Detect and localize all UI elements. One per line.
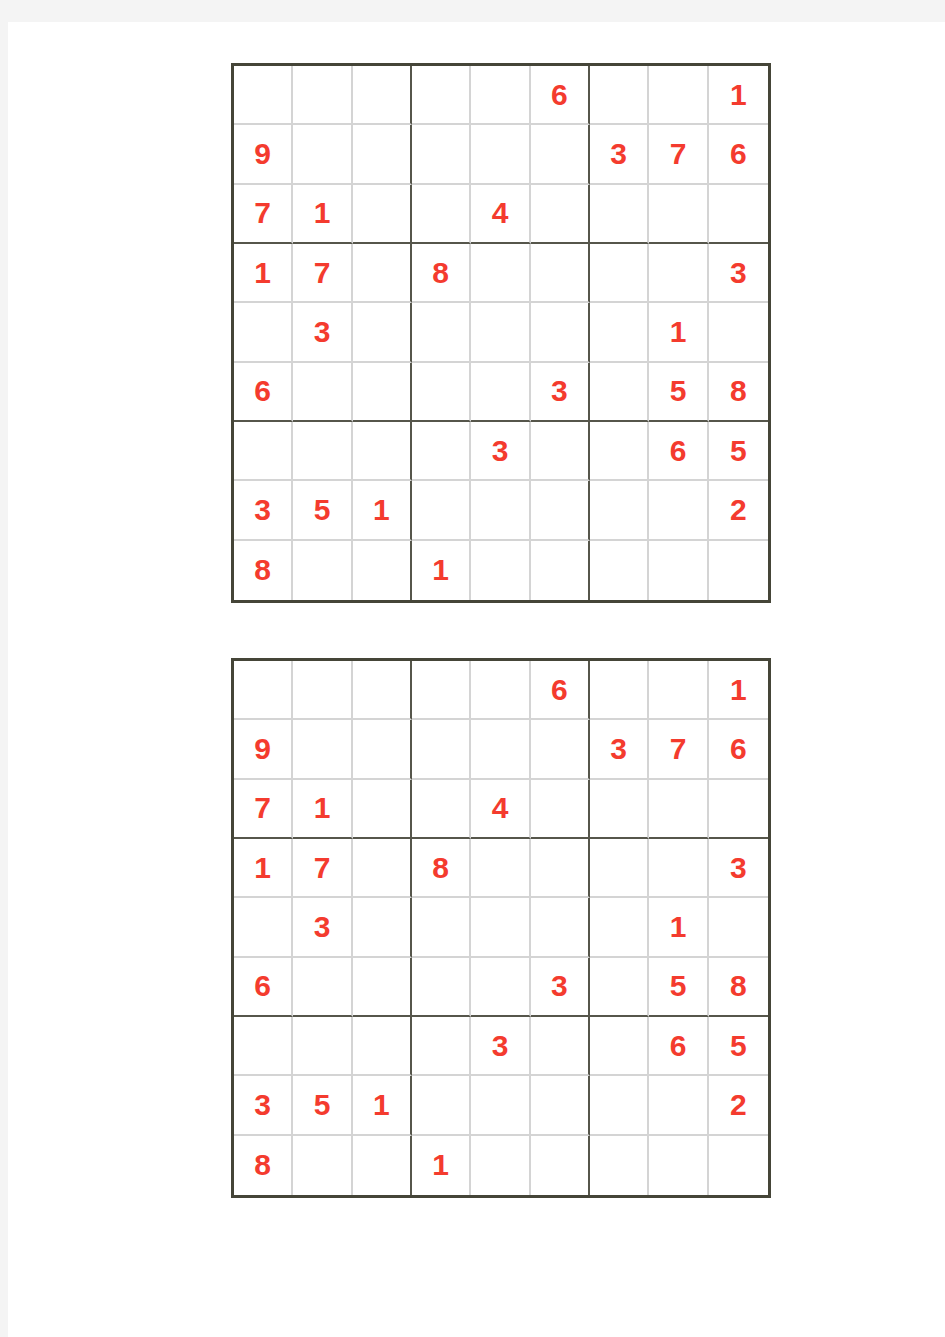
cell-r9c5 bbox=[471, 1136, 530, 1195]
cell-r1c7 bbox=[590, 66, 649, 125]
cell-r4c8 bbox=[649, 244, 708, 303]
cell-r4c3 bbox=[353, 839, 412, 898]
cell-r6c9: 8 bbox=[709, 363, 768, 422]
cell-r6c2 bbox=[293, 958, 352, 1017]
cell-r8c9: 2 bbox=[709, 481, 768, 540]
cell-r5c1 bbox=[234, 303, 293, 362]
cell-r7c2 bbox=[293, 1017, 352, 1076]
cell-r5c6 bbox=[531, 898, 590, 957]
cell-r4c1: 1 bbox=[234, 244, 293, 303]
cell-r1c8 bbox=[649, 661, 708, 720]
cell-r7c5: 3 bbox=[471, 422, 530, 481]
cell-r9c2 bbox=[293, 541, 352, 600]
cell-r2c6 bbox=[531, 720, 590, 779]
cell-r1c8 bbox=[649, 66, 708, 125]
cell-r9c7 bbox=[590, 1136, 649, 1195]
cell-r9c3 bbox=[353, 541, 412, 600]
cell-r6c3 bbox=[353, 958, 412, 1017]
sudoku-board-1: 6193767141783316358365351281 bbox=[231, 63, 771, 603]
cell-r9c7 bbox=[590, 541, 649, 600]
cell-r9c9 bbox=[709, 1136, 768, 1195]
cell-r6c5 bbox=[471, 958, 530, 1017]
cell-r5c6 bbox=[531, 303, 590, 362]
cell-r4c5 bbox=[471, 244, 530, 303]
cell-r5c3 bbox=[353, 898, 412, 957]
cell-r4c4: 8 bbox=[412, 244, 471, 303]
cell-r3c1: 7 bbox=[234, 780, 293, 839]
cell-r3c5: 4 bbox=[471, 185, 530, 244]
cell-r2c4 bbox=[412, 125, 471, 184]
cell-r6c4 bbox=[412, 363, 471, 422]
cell-r8c7 bbox=[590, 481, 649, 540]
cell-r1c9: 1 bbox=[709, 66, 768, 125]
cell-r6c3 bbox=[353, 363, 412, 422]
cell-r8c3: 1 bbox=[353, 481, 412, 540]
cell-r7c7 bbox=[590, 422, 649, 481]
cell-r1c2 bbox=[293, 661, 352, 720]
cell-r4c5 bbox=[471, 839, 530, 898]
cell-r8c2: 5 bbox=[293, 481, 352, 540]
cell-r6c6: 3 bbox=[531, 363, 590, 422]
cell-r6c2 bbox=[293, 363, 352, 422]
cell-r4c9: 3 bbox=[709, 244, 768, 303]
cell-r2c1: 9 bbox=[234, 720, 293, 779]
cell-r2c5 bbox=[471, 125, 530, 184]
cell-r1c3 bbox=[353, 66, 412, 125]
cell-r3c7 bbox=[590, 185, 649, 244]
cell-r5c4 bbox=[412, 303, 471, 362]
cell-r1c2 bbox=[293, 66, 352, 125]
cell-r1c6: 6 bbox=[531, 66, 590, 125]
cell-r1c7 bbox=[590, 661, 649, 720]
cell-r8c1: 3 bbox=[234, 481, 293, 540]
cell-r1c5 bbox=[471, 661, 530, 720]
cell-r5c3 bbox=[353, 303, 412, 362]
cell-r9c4: 1 bbox=[412, 541, 471, 600]
cell-r6c8: 5 bbox=[649, 363, 708, 422]
cell-r4c9: 3 bbox=[709, 839, 768, 898]
cell-r5c7 bbox=[590, 303, 649, 362]
cell-r5c8: 1 bbox=[649, 303, 708, 362]
cell-r6c7 bbox=[590, 958, 649, 1017]
cell-r1c9: 1 bbox=[709, 661, 768, 720]
document-canvas: { "game": "sudoku", "position": "0000060… bbox=[0, 0, 945, 1337]
cell-r9c8 bbox=[649, 541, 708, 600]
cell-r7c7 bbox=[590, 1017, 649, 1076]
cell-r9c2 bbox=[293, 1136, 352, 1195]
cell-r7c6 bbox=[531, 1017, 590, 1076]
cell-r5c7 bbox=[590, 898, 649, 957]
sudoku-board-2: 6193767141783316358365351281 bbox=[231, 658, 771, 1198]
cell-r6c4 bbox=[412, 958, 471, 1017]
cell-r1c4 bbox=[412, 661, 471, 720]
cell-r7c9: 5 bbox=[709, 1017, 768, 1076]
cell-r1c1 bbox=[234, 661, 293, 720]
cell-r1c4 bbox=[412, 66, 471, 125]
cell-r4c2: 7 bbox=[293, 839, 352, 898]
cell-r8c6 bbox=[531, 1076, 590, 1135]
cell-r2c8: 7 bbox=[649, 125, 708, 184]
cell-r9c1: 8 bbox=[234, 541, 293, 600]
cell-r3c6 bbox=[531, 185, 590, 244]
cell-r2c3 bbox=[353, 125, 412, 184]
cell-r9c4: 1 bbox=[412, 1136, 471, 1195]
cell-r2c2 bbox=[293, 720, 352, 779]
cell-r2c4 bbox=[412, 720, 471, 779]
cell-r9c5 bbox=[471, 541, 530, 600]
cell-r8c4 bbox=[412, 481, 471, 540]
cell-r8c5 bbox=[471, 1076, 530, 1135]
cell-r7c1 bbox=[234, 1017, 293, 1076]
cell-r7c2 bbox=[293, 422, 352, 481]
cell-r2c9: 6 bbox=[709, 125, 768, 184]
cell-r7c4 bbox=[412, 1017, 471, 1076]
cell-r4c7 bbox=[590, 839, 649, 898]
cell-r2c5 bbox=[471, 720, 530, 779]
cell-r7c3 bbox=[353, 1017, 412, 1076]
cell-r4c6 bbox=[531, 839, 590, 898]
cell-r4c3 bbox=[353, 244, 412, 303]
cell-r7c1 bbox=[234, 422, 293, 481]
cell-r7c3 bbox=[353, 422, 412, 481]
cell-r3c5: 4 bbox=[471, 780, 530, 839]
cell-r3c1: 7 bbox=[234, 185, 293, 244]
cell-r7c5: 3 bbox=[471, 1017, 530, 1076]
cell-r4c6 bbox=[531, 244, 590, 303]
cell-r8c8 bbox=[649, 1076, 708, 1135]
cell-r3c8 bbox=[649, 185, 708, 244]
cell-r5c8: 1 bbox=[649, 898, 708, 957]
cell-r8c7 bbox=[590, 1076, 649, 1135]
cell-r8c9: 2 bbox=[709, 1076, 768, 1135]
cell-r5c9 bbox=[709, 898, 768, 957]
cell-r3c9 bbox=[709, 185, 768, 244]
cell-r3c4 bbox=[412, 780, 471, 839]
cell-r2c1: 9 bbox=[234, 125, 293, 184]
cell-r8c6 bbox=[531, 481, 590, 540]
cell-r6c7 bbox=[590, 363, 649, 422]
cell-r5c4 bbox=[412, 898, 471, 957]
cell-r4c7 bbox=[590, 244, 649, 303]
cell-r2c7: 3 bbox=[590, 720, 649, 779]
cell-r6c1: 6 bbox=[234, 363, 293, 422]
cell-r9c9 bbox=[709, 541, 768, 600]
cell-r6c5 bbox=[471, 363, 530, 422]
cell-r7c9: 5 bbox=[709, 422, 768, 481]
cell-r7c4 bbox=[412, 422, 471, 481]
cell-r3c7 bbox=[590, 780, 649, 839]
cell-r3c2: 1 bbox=[293, 780, 352, 839]
cell-r9c6 bbox=[531, 1136, 590, 1195]
cell-r8c1: 3 bbox=[234, 1076, 293, 1135]
cell-r5c5 bbox=[471, 898, 530, 957]
cell-r3c4 bbox=[412, 185, 471, 244]
cell-r1c6: 6 bbox=[531, 661, 590, 720]
cell-r6c6: 3 bbox=[531, 958, 590, 1017]
cell-r2c2 bbox=[293, 125, 352, 184]
cell-r4c4: 8 bbox=[412, 839, 471, 898]
cell-r5c1 bbox=[234, 898, 293, 957]
cell-r2c7: 3 bbox=[590, 125, 649, 184]
cell-r5c2: 3 bbox=[293, 898, 352, 957]
cell-r7c6 bbox=[531, 422, 590, 481]
cell-r6c8: 5 bbox=[649, 958, 708, 1017]
worksheet-page: 6193767141783316358365351281 61937671417… bbox=[8, 22, 945, 1337]
cell-r9c1: 8 bbox=[234, 1136, 293, 1195]
cell-r3c3 bbox=[353, 780, 412, 839]
cell-r3c3 bbox=[353, 185, 412, 244]
cell-r3c8 bbox=[649, 780, 708, 839]
cell-r8c3: 1 bbox=[353, 1076, 412, 1135]
cell-r7c8: 6 bbox=[649, 1017, 708, 1076]
cell-r5c9 bbox=[709, 303, 768, 362]
cell-r4c8 bbox=[649, 839, 708, 898]
cell-r6c9: 8 bbox=[709, 958, 768, 1017]
cell-r2c3 bbox=[353, 720, 412, 779]
cell-r2c6 bbox=[531, 125, 590, 184]
cell-r9c8 bbox=[649, 1136, 708, 1195]
cell-r5c2: 3 bbox=[293, 303, 352, 362]
cell-r2c8: 7 bbox=[649, 720, 708, 779]
cell-r8c8 bbox=[649, 481, 708, 540]
cell-r8c4 bbox=[412, 1076, 471, 1135]
cell-r9c6 bbox=[531, 541, 590, 600]
cell-r3c2: 1 bbox=[293, 185, 352, 244]
cell-r6c1: 6 bbox=[234, 958, 293, 1017]
cell-r9c3 bbox=[353, 1136, 412, 1195]
cell-r8c2: 5 bbox=[293, 1076, 352, 1135]
cell-r2c9: 6 bbox=[709, 720, 768, 779]
cell-r3c9 bbox=[709, 780, 768, 839]
cell-r1c3 bbox=[353, 661, 412, 720]
cell-r4c1: 1 bbox=[234, 839, 293, 898]
cell-r7c8: 6 bbox=[649, 422, 708, 481]
cell-r8c5 bbox=[471, 481, 530, 540]
cell-r1c5 bbox=[471, 66, 530, 125]
cell-r3c6 bbox=[531, 780, 590, 839]
cell-r1c1 bbox=[234, 66, 293, 125]
cell-r4c2: 7 bbox=[293, 244, 352, 303]
cell-r5c5 bbox=[471, 303, 530, 362]
